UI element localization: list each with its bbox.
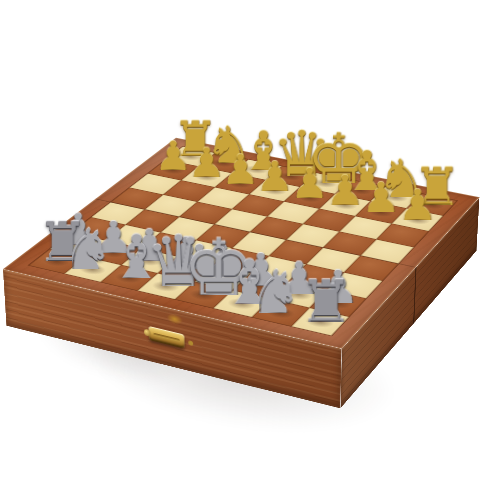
piece-white-silver-knight[interactable]: ♞ — [259, 250, 302, 313]
piece-white-silver-bishop[interactable]: ♝ — [108, 215, 150, 278]
piece-black-gold-pawn[interactable]: ♟ — [361, 169, 400, 212]
piece-black-gold-pawn[interactable]: ♟ — [256, 148, 294, 190]
brass-clasp — [149, 326, 185, 349]
piece-white-silver-rook[interactable]: ♜ — [299, 260, 343, 321]
chess-set-photo: ♜♞♝♛♚♝♞♜♟♟♟♟♟♟♟♟♟♟♟♟♟♟♟♟♜♞♝♛♚♝♞♜ — [0, 0, 480, 480]
piece-white-silver-king[interactable]: ♚ — [183, 214, 226, 295]
piece-white-silver-queen[interactable]: ♛ — [145, 212, 187, 286]
piece-black-gold-pawn[interactable]: ♟ — [154, 129, 191, 170]
piece-black-gold-pawn[interactable]: ♟ — [290, 155, 329, 197]
piece-black-gold-pawn[interactable]: ♟ — [398, 176, 437, 219]
piece-black-gold-pawn[interactable]: ♟ — [221, 142, 259, 184]
piece-black-gold-pawn[interactable]: ♟ — [326, 162, 365, 205]
piece-black-gold-pawn[interactable]: ♟ — [188, 135, 226, 177]
fold-seam-side — [413, 267, 416, 325]
brand-crest-stamp — [164, 310, 185, 328]
